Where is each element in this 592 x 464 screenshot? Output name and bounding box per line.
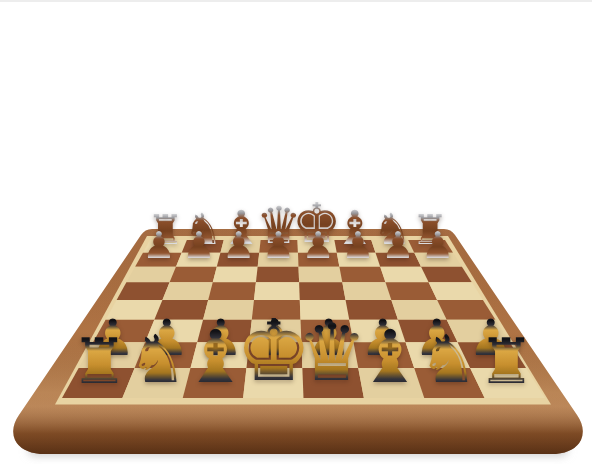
square-c4[interactable] bbox=[342, 282, 391, 300]
white-pawn-b2[interactable]: ♟ bbox=[381, 228, 414, 265]
square-b4[interactable] bbox=[385, 282, 437, 300]
white-pawn-g2[interactable]: ♟ bbox=[182, 228, 215, 265]
square-f4[interactable] bbox=[208, 282, 256, 300]
white-pawn-e2[interactable]: ♟ bbox=[262, 228, 295, 265]
white-pawn-c2[interactable]: ♟ bbox=[341, 228, 374, 265]
black-rook-a8[interactable]: ♜ bbox=[478, 330, 534, 393]
square-g3[interactable] bbox=[170, 267, 217, 283]
black-bishop-c8[interactable]: ♝ bbox=[357, 320, 422, 393]
square-d3[interactable] bbox=[299, 267, 343, 283]
square-d4[interactable] bbox=[299, 282, 345, 300]
square-g4[interactable] bbox=[162, 282, 212, 300]
black-rook-h8[interactable]: ♜ bbox=[71, 330, 127, 393]
white-pawn-h2[interactable]: ♟ bbox=[142, 228, 175, 265]
black-knight-b8[interactable]: ♞ bbox=[419, 327, 478, 393]
square-f3[interactable] bbox=[213, 267, 258, 283]
white-pawn-a2[interactable]: ♟ bbox=[421, 228, 454, 265]
chess-set-product-photo: ♜♞♝♛♚♝♞♜♟♟♟♟♟♟♟♟♟♟♟♟♟♟♟♟♜♞♝♚♛♝♞♜ bbox=[0, 0, 592, 464]
square-b3[interactable] bbox=[380, 267, 428, 283]
square-e4[interactable] bbox=[254, 282, 300, 300]
square-h3[interactable] bbox=[126, 267, 176, 283]
black-knight-g8[interactable]: ♞ bbox=[128, 327, 187, 393]
white-pawn-d2[interactable]: ♟ bbox=[302, 228, 335, 265]
square-c3[interactable] bbox=[339, 267, 385, 283]
white-pawn-f2[interactable]: ♟ bbox=[222, 228, 255, 265]
square-e3[interactable] bbox=[256, 267, 299, 283]
